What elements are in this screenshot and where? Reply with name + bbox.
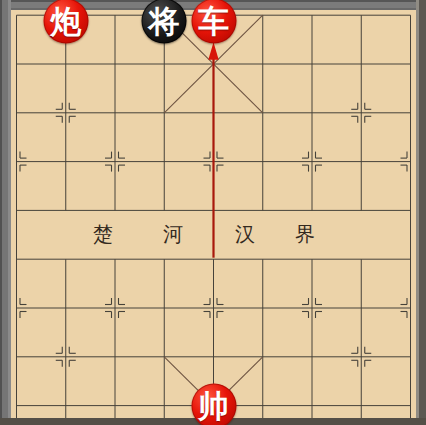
piece-red-chariot[interactable]: 车 xyxy=(191,0,236,44)
river-label: 河 xyxy=(163,221,183,248)
river-label: 界 xyxy=(295,221,315,248)
river-label: 楚 xyxy=(93,221,113,248)
river-label: 汉 xyxy=(235,221,255,248)
piece-black-general[interactable]: 将 xyxy=(142,0,187,44)
window-frame-left xyxy=(0,0,11,425)
piece-red-general[interactable]: 帅 xyxy=(191,383,236,425)
board-grid[interactable] xyxy=(0,0,426,425)
piece-red-cannon[interactable]: 炮 xyxy=(43,0,88,44)
window-frame-right xyxy=(416,0,426,425)
move-arrow-head xyxy=(208,42,218,60)
xiangqi-window: 楚河汉界 炮将车帅 xyxy=(0,0,426,425)
